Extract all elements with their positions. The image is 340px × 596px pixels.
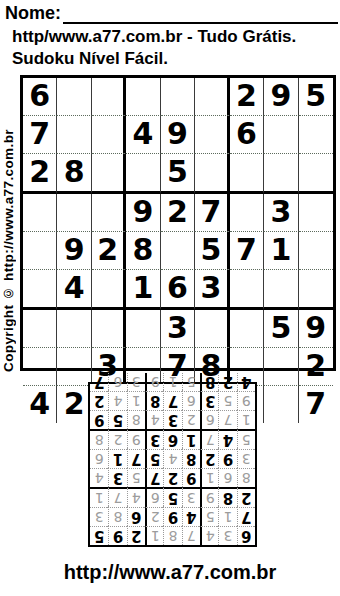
puzzle-cell-r3c1[interactable]: 2: [23, 154, 57, 194]
solution-cell-r3c5: 5: [163, 487, 181, 507]
solution-cell-r4c1: 8: [237, 468, 255, 487]
puzzle-cell-r5c5[interactable]: [161, 232, 195, 270]
puzzle-cell-r7c9[interactable]: 9: [299, 310, 333, 348]
puzzle-cell-r3c5[interactable]: 5: [161, 154, 195, 194]
puzzle-cell-r6c5[interactable]: 6: [161, 270, 195, 310]
puzzle-cell-r7c3[interactable]: [92, 310, 126, 348]
puzzle-cell-r5c1[interactable]: [23, 232, 57, 270]
solution-cell-r7c6: 4: [145, 410, 163, 429]
puzzle-cell-r4c2[interactable]: [57, 194, 91, 232]
puzzle-cell-r7c6[interactable]: [195, 310, 229, 348]
copyright-vertical: Copyright © http://www.a77.com.br: [1, 76, 18, 372]
solution-cell-r3c1: 2: [237, 487, 255, 507]
puzzle-cell-r7c1[interactable]: [23, 310, 57, 348]
solution-cell-r4c8: 3: [108, 468, 126, 487]
puzzle-cell-r1c7[interactable]: 2: [230, 78, 264, 116]
puzzle-cell-r4c9[interactable]: [299, 194, 333, 232]
solution-cell-r7c1: 1: [237, 410, 255, 429]
puzzle-cell-r5c2[interactable]: 9: [57, 232, 91, 270]
puzzle-cell-r6c3[interactable]: [92, 270, 126, 310]
solution-cell-r2c4: 4: [182, 507, 200, 526]
solution-cell-r9c1: 4: [237, 373, 255, 391]
solution-cell-r9c2: 2: [218, 373, 236, 391]
puzzle-cell-r2c5[interactable]: 9: [161, 116, 195, 154]
solution-cell-r1c9: 5: [90, 526, 108, 545]
solution-cell-r3c4: 3: [182, 487, 200, 507]
puzzle-cell-r4c1[interactable]: [23, 194, 57, 232]
puzzle-cell-r7c7[interactable]: [230, 310, 264, 348]
puzzle-cell-r6c6[interactable]: 3: [195, 270, 229, 310]
puzzle-cell-r6c9[interactable]: [299, 270, 333, 310]
solution-cell-r8c4: 6: [182, 391, 200, 410]
puzzle-cell-r3c2[interactable]: 8: [57, 154, 91, 194]
solution-cell-r1c8: 9: [108, 526, 126, 545]
puzzle-cell-r5c9[interactable]: [299, 232, 333, 270]
solution-cell-r7c3: 6: [200, 410, 218, 429]
puzzle-cell-r9c8[interactable]: [264, 386, 298, 423]
puzzle-cell-r2c1[interactable]: 7: [23, 116, 57, 154]
solution-cell-r6c4: 1: [182, 429, 200, 449]
puzzle-cell-r7c5[interactable]: 3: [161, 310, 195, 348]
solution-cell-r9c5: 1: [163, 373, 181, 391]
puzzle-cell-r8c8[interactable]: [264, 348, 298, 386]
puzzle-cell-r2c9[interactable]: [299, 116, 333, 154]
solution-cell-r7c7: 8: [127, 410, 145, 429]
solution-cell-r4c2: 6: [218, 468, 236, 487]
puzzle-cell-r1c5[interactable]: [161, 78, 195, 116]
solution-cell-r5c7: 7: [127, 449, 145, 468]
puzzle-level-title: Sudoku Nível Fácil.: [12, 49, 168, 69]
solution-cell-r3c8: 7: [108, 487, 126, 507]
puzzle-cell-r2c4[interactable]: 4: [126, 116, 160, 154]
name-label: Nome:: [5, 3, 61, 24]
solution-cell-r5c4: 8: [182, 449, 200, 468]
solution-cell-r4c6: 7: [145, 468, 163, 487]
solution-cell-r8c9: 2: [90, 391, 108, 410]
puzzle-cell-r6c1[interactable]: [23, 270, 57, 310]
solution-cell-r8c8: 4: [108, 391, 126, 410]
puzzle-cell-r4c8[interactable]: 3: [264, 194, 298, 232]
solution-cell-r5c2: 9: [218, 449, 236, 468]
solution-cell-r1c7: 2: [127, 526, 145, 545]
sudoku-solution-grid-rotated: 6347812957154926832893564718619275343928…: [88, 382, 257, 547]
solution-cell-r7c5: 3: [163, 410, 181, 429]
solution-cell-r1c5: 8: [163, 526, 181, 545]
solution-cell-r7c9: 9: [90, 410, 108, 429]
solution-cell-r4c4: 9: [182, 468, 200, 487]
site-header: http/www.a77.com.br - Tudo Grátis.: [12, 27, 296, 47]
solution-cell-r9c7: 3: [127, 373, 145, 391]
puzzle-cell-r4c3[interactable]: [92, 194, 126, 232]
solution-cell-r9c4: 5: [182, 373, 200, 391]
puzzle-cell-r8c9[interactable]: 2: [299, 348, 333, 386]
puzzle-cell-r2c6[interactable]: [195, 116, 229, 154]
solution-cell-r5c5: 4: [163, 449, 181, 468]
solution-cell-r2c9: 3: [90, 507, 108, 526]
puzzle-cell-r2c8[interactable]: [264, 116, 298, 154]
puzzle-cell-r2c2[interactable]: [57, 116, 91, 154]
puzzle-cell-r5c4[interactable]: 8: [126, 232, 160, 270]
solution-cell-r8c2: 5: [218, 391, 236, 410]
solution-cell-r2c8: 8: [108, 507, 126, 526]
solution-cell-r2c5: 9: [163, 507, 181, 526]
solution-cell-r3c7: 4: [127, 487, 145, 507]
puzzle-cell-r5c8[interactable]: 1: [264, 232, 298, 270]
puzzle-cell-r9c9[interactable]: 7: [299, 386, 333, 423]
footer-url: http://www.a77.com.br: [0, 561, 340, 584]
solution-cell-r4c3: 1: [200, 468, 218, 487]
solution-cell-r7c2: 7: [218, 410, 236, 429]
solution-cell-r7c8: 5: [108, 410, 126, 429]
solution-cell-r1c3: 4: [200, 526, 218, 545]
solution-cell-r9c9: 7: [90, 373, 108, 391]
solution-cell-r5c1: 3: [237, 449, 255, 468]
solution-cell-r6c6: 3: [145, 429, 163, 449]
solution-cell-r2c6: 2: [145, 507, 163, 526]
solution-cell-r6c3: 7: [200, 429, 218, 449]
puzzle-cell-r6c2[interactable]: 4: [57, 270, 91, 310]
puzzle-cell-r1c2[interactable]: [57, 78, 91, 116]
puzzle-cell-r8c2[interactable]: [57, 348, 91, 386]
puzzle-cell-r8c1[interactable]: [23, 348, 57, 386]
solution-cell-r6c5: 6: [163, 429, 181, 449]
puzzle-cell-r4c4[interactable]: 9: [126, 194, 160, 232]
solution-cell-r7c4: 2: [182, 410, 200, 429]
solution-cell-r6c8: 2: [108, 429, 126, 449]
puzzle-cell-r1c4[interactable]: [126, 78, 160, 116]
puzzle-cell-r7c2[interactable]: [57, 310, 91, 348]
solution-cell-r8c6: 8: [145, 391, 163, 410]
sudoku-puzzle-grid: 629574962859273928571416335937824287: [20, 75, 336, 371]
puzzle-cell-r3c6[interactable]: [195, 154, 229, 194]
puzzle-cell-r3c3[interactable]: [92, 154, 126, 194]
puzzle-cell-r4c5[interactable]: 2: [161, 194, 195, 232]
solution-cell-r8c5: 7: [163, 391, 181, 410]
solution-cell-r9c3: 8: [200, 373, 218, 391]
solution-cell-r8c7: 1: [127, 391, 145, 410]
solution-cell-r3c9: 1: [90, 487, 108, 507]
puzzle-cell-r5c3[interactable]: 2: [92, 232, 126, 270]
solution-cell-r5c3: 2: [200, 449, 218, 468]
solution-cell-r6c7: 9: [127, 429, 145, 449]
solution-cell-r9c6: 9: [145, 373, 163, 391]
solution-cell-r3c6: 6: [145, 487, 163, 507]
name-row: Nome:: [5, 3, 338, 24]
puzzle-cell-r9c2[interactable]: 2: [57, 386, 91, 423]
solution-cell-r1c1: 6: [237, 526, 255, 545]
puzzle-cell-r4c7[interactable]: [230, 194, 264, 232]
solution-cell-r9c8: 6: [108, 373, 126, 391]
solution-cell-r5c6: 5: [145, 449, 163, 468]
solution-cell-r3c2: 8: [218, 487, 236, 507]
solution-cell-r8c3: 3: [200, 391, 218, 410]
solution-cell-r6c1: 5: [237, 429, 255, 449]
puzzle-cell-r7c8[interactable]: 5: [264, 310, 298, 348]
name-fill-line[interactable]: [63, 3, 338, 24]
solution-cell-r4c7: 5: [127, 468, 145, 487]
solution-cell-r3c3: 9: [200, 487, 218, 507]
puzzle-cell-r3c7[interactable]: [230, 154, 264, 194]
puzzle-cell-r5c7[interactable]: 7: [230, 232, 264, 270]
solution-cell-r5c8: 1: [108, 449, 126, 468]
puzzle-cell-r3c4[interactable]: [126, 154, 160, 194]
puzzle-cell-r1c1[interactable]: 6: [23, 78, 57, 116]
puzzle-cell-r1c6[interactable]: [195, 78, 229, 116]
puzzle-cell-r6c8[interactable]: [264, 270, 298, 310]
puzzle-cell-r6c7[interactable]: [230, 270, 264, 310]
puzzle-cell-r1c9[interactable]: 5: [299, 78, 333, 116]
solution-cell-r2c3: 5: [200, 507, 218, 526]
solution-cell-r2c2: 1: [218, 507, 236, 526]
solution-cell-r2c1: 7: [237, 507, 255, 526]
solution-cell-r6c9: 8: [90, 429, 108, 449]
solution-cell-r4c5: 2: [163, 468, 181, 487]
puzzle-cell-r5c6[interactable]: 5: [195, 232, 229, 270]
solution-cell-r6c2: 4: [218, 429, 236, 449]
puzzle-cell-r1c8[interactable]: 9: [264, 78, 298, 116]
puzzle-cell-r3c9[interactable]: [299, 154, 333, 194]
puzzle-cell-r7c4[interactable]: [126, 310, 160, 348]
puzzle-cell-r2c7[interactable]: 6: [230, 116, 264, 154]
puzzle-cell-r4c6[interactable]: 7: [195, 194, 229, 232]
solution-cell-r2c7: 6: [127, 507, 145, 526]
solution-cell-r1c4: 7: [182, 526, 200, 545]
puzzle-cell-r1c3[interactable]: [92, 78, 126, 116]
puzzle-cell-r2c3[interactable]: [92, 116, 126, 154]
puzzle-cell-r3c8[interactable]: [264, 154, 298, 194]
solution-cell-r1c2: 3: [218, 526, 236, 545]
solution-cell-r4c9: 4: [90, 468, 108, 487]
puzzle-cell-r9c1[interactable]: 4: [23, 386, 57, 423]
solution-cell-r8c1: 9: [237, 391, 255, 410]
solution-cell-r5c9: 6: [90, 449, 108, 468]
puzzle-cell-r6c4[interactable]: 1: [126, 270, 160, 310]
solution-cell-r1c6: 1: [145, 526, 163, 545]
